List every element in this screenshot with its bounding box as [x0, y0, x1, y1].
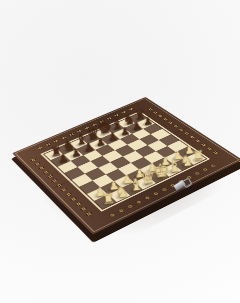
- camera-roll-wrapper: ♜♞♝♛♚♝♞♜♟♟♟♟♟♟♟♟♟♟♟♟♟♟♟♟♜♞♝♛♚♝♞♜: [0, 0, 240, 303]
- product-photo-scene: ♜♞♝♛♚♝♞♜♟♟♟♟♟♟♟♟♟♟♟♟♟♟♟♟♜♞♝♛♚♝♞♜: [0, 0, 240, 303]
- chess-board: ♜♞♝♛♚♝♞♜♟♟♟♟♟♟♟♟♟♟♟♟♟♟♟♟♜♞♝♛♚♝♞♜: [12, 97, 240, 235]
